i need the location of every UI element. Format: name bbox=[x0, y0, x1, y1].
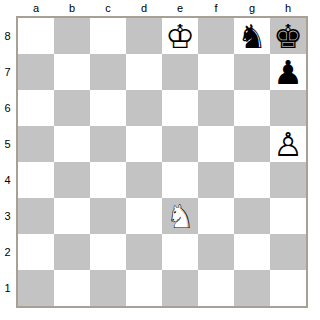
square-f7[interactable] bbox=[198, 54, 234, 90]
square-c4[interactable] bbox=[90, 162, 126, 198]
white-knight-fill: ♞ bbox=[162, 198, 198, 234]
rank-label-5: 5 bbox=[0, 126, 15, 162]
rank-label-7: 7 bbox=[0, 54, 15, 90]
white-pawn-fill: ♟ bbox=[270, 126, 306, 162]
file-label-c: c bbox=[90, 0, 126, 15]
square-g4[interactable] bbox=[234, 162, 270, 198]
square-b7[interactable] bbox=[54, 54, 90, 90]
square-a7[interactable] bbox=[18, 54, 54, 90]
square-c5[interactable] bbox=[90, 126, 126, 162]
rank-label-8: 8 bbox=[0, 18, 15, 54]
square-d2[interactable] bbox=[126, 234, 162, 270]
square-e4[interactable] bbox=[162, 162, 198, 198]
square-e7[interactable] bbox=[162, 54, 198, 90]
square-f8[interactable] bbox=[198, 18, 234, 54]
square-a3[interactable] bbox=[18, 198, 54, 234]
square-f1[interactable] bbox=[198, 270, 234, 306]
square-e5[interactable] bbox=[162, 126, 198, 162]
square-h4[interactable] bbox=[270, 162, 306, 198]
square-h6[interactable] bbox=[270, 90, 306, 126]
square-b5[interactable] bbox=[54, 126, 90, 162]
rank-labels: 87654321 bbox=[0, 18, 15, 306]
square-e3[interactable]: ♞♘ bbox=[162, 198, 198, 234]
square-g5[interactable] bbox=[234, 126, 270, 162]
square-f4[interactable] bbox=[198, 162, 234, 198]
black-king: ♚ bbox=[270, 18, 306, 54]
square-b3[interactable] bbox=[54, 198, 90, 234]
file-label-f: f bbox=[198, 0, 234, 15]
square-g3[interactable] bbox=[234, 198, 270, 234]
square-h2[interactable] bbox=[270, 234, 306, 270]
file-label-a: a bbox=[18, 0, 54, 15]
rank-label-4: 4 bbox=[0, 162, 15, 198]
square-d1[interactable] bbox=[126, 270, 162, 306]
file-labels: abcdefgh bbox=[18, 0, 306, 15]
square-h5[interactable]: ♟♙ bbox=[270, 126, 306, 162]
file-label-g: g bbox=[234, 0, 270, 15]
file-label-e: e bbox=[162, 0, 198, 15]
rank-label-2: 2 bbox=[0, 234, 15, 270]
black-pawn: ♟ bbox=[270, 54, 306, 90]
square-c3[interactable] bbox=[90, 198, 126, 234]
square-h7[interactable]: ♟ bbox=[270, 54, 306, 90]
square-d8[interactable] bbox=[126, 18, 162, 54]
square-g2[interactable] bbox=[234, 234, 270, 270]
rank-label-6: 6 bbox=[0, 90, 15, 126]
square-b4[interactable] bbox=[54, 162, 90, 198]
board: ♚♔♞♚♟♟♙♞♘ bbox=[16, 16, 308, 308]
square-h1[interactable] bbox=[270, 270, 306, 306]
square-a5[interactable] bbox=[18, 126, 54, 162]
square-g8[interactable]: ♞ bbox=[234, 18, 270, 54]
square-g1[interactable] bbox=[234, 270, 270, 306]
rank-label-1: 1 bbox=[0, 270, 15, 306]
square-g7[interactable] bbox=[234, 54, 270, 90]
square-c1[interactable] bbox=[90, 270, 126, 306]
square-d5[interactable] bbox=[126, 126, 162, 162]
square-g6[interactable] bbox=[234, 90, 270, 126]
file-label-h: h bbox=[270, 0, 306, 15]
white-knight: ♘ bbox=[162, 198, 198, 234]
rank-label-3: 3 bbox=[0, 198, 15, 234]
file-label-d: d bbox=[126, 0, 162, 15]
square-f6[interactable] bbox=[198, 90, 234, 126]
square-a2[interactable] bbox=[18, 234, 54, 270]
square-f5[interactable] bbox=[198, 126, 234, 162]
square-a1[interactable] bbox=[18, 270, 54, 306]
square-e6[interactable] bbox=[162, 90, 198, 126]
square-e8[interactable]: ♚♔ bbox=[162, 18, 198, 54]
black-knight: ♞ bbox=[234, 18, 270, 54]
square-b6[interactable] bbox=[54, 90, 90, 126]
square-e2[interactable] bbox=[162, 234, 198, 270]
square-b1[interactable] bbox=[54, 270, 90, 306]
square-c2[interactable] bbox=[90, 234, 126, 270]
square-f2[interactable] bbox=[198, 234, 234, 270]
square-d3[interactable] bbox=[126, 198, 162, 234]
white-king: ♔ bbox=[162, 18, 198, 54]
square-c6[interactable] bbox=[90, 90, 126, 126]
square-a8[interactable] bbox=[18, 18, 54, 54]
white-king-fill: ♚ bbox=[162, 18, 198, 54]
white-pawn: ♙ bbox=[270, 126, 306, 162]
square-d4[interactable] bbox=[126, 162, 162, 198]
file-label-b: b bbox=[54, 0, 90, 15]
chess-diagram: abcdefgh 87654321 ♚♔♞♚♟♟♙♞♘ bbox=[0, 0, 320, 320]
square-h8[interactable]: ♚ bbox=[270, 18, 306, 54]
square-f3[interactable] bbox=[198, 198, 234, 234]
square-d6[interactable] bbox=[126, 90, 162, 126]
square-a6[interactable] bbox=[18, 90, 54, 126]
square-a4[interactable] bbox=[18, 162, 54, 198]
square-d7[interactable] bbox=[126, 54, 162, 90]
square-b2[interactable] bbox=[54, 234, 90, 270]
square-c7[interactable] bbox=[90, 54, 126, 90]
square-e1[interactable] bbox=[162, 270, 198, 306]
square-c8[interactable] bbox=[90, 18, 126, 54]
square-h3[interactable] bbox=[270, 198, 306, 234]
square-b8[interactable] bbox=[54, 18, 90, 54]
